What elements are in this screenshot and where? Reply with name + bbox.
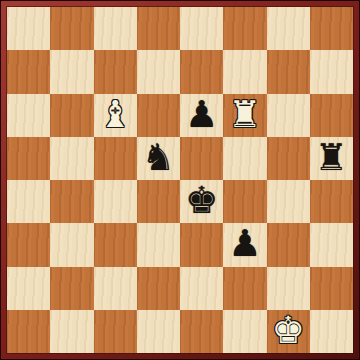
- square-d5[interactable]: ♞: [137, 137, 180, 180]
- piece-white-king[interactable]: ♚: [272, 312, 305, 349]
- square-c1[interactable]: [94, 310, 137, 353]
- square-h1[interactable]: [310, 310, 353, 353]
- square-f5[interactable]: [223, 137, 266, 180]
- square-e1[interactable]: [180, 310, 223, 353]
- square-g6[interactable]: [267, 94, 310, 137]
- square-a6[interactable]: [7, 94, 50, 137]
- square-c6[interactable]: ♝: [94, 94, 137, 137]
- square-f2[interactable]: [223, 267, 266, 310]
- square-a8[interactable]: [7, 7, 50, 50]
- square-d7[interactable]: [137, 50, 180, 93]
- square-a2[interactable]: [7, 267, 50, 310]
- square-f8[interactable]: [223, 7, 266, 50]
- square-f4[interactable]: [223, 180, 266, 223]
- square-g7[interactable]: [267, 50, 310, 93]
- square-h8[interactable]: [310, 7, 353, 50]
- square-d3[interactable]: [137, 223, 180, 266]
- square-d4[interactable]: [137, 180, 180, 223]
- square-b7[interactable]: [50, 50, 93, 93]
- square-b3[interactable]: [50, 223, 93, 266]
- square-e3[interactable]: [180, 223, 223, 266]
- square-e5[interactable]: [180, 137, 223, 180]
- square-h7[interactable]: [310, 50, 353, 93]
- piece-white-bishop[interactable]: ♝: [99, 96, 132, 133]
- square-b2[interactable]: [50, 267, 93, 310]
- square-b8[interactable]: [50, 7, 93, 50]
- square-d8[interactable]: [137, 7, 180, 50]
- square-h2[interactable]: [310, 267, 353, 310]
- square-e7[interactable]: [180, 50, 223, 93]
- square-c5[interactable]: [94, 137, 137, 180]
- square-g2[interactable]: [267, 267, 310, 310]
- square-c7[interactable]: [94, 50, 137, 93]
- piece-black-pawn[interactable]: ♟: [185, 96, 218, 133]
- square-c8[interactable]: [94, 7, 137, 50]
- square-h3[interactable]: [310, 223, 353, 266]
- square-a1[interactable]: [7, 310, 50, 353]
- square-c2[interactable]: [94, 267, 137, 310]
- square-d1[interactable]: [137, 310, 180, 353]
- piece-black-pawn[interactable]: ♟: [228, 225, 261, 262]
- square-h4[interactable]: [310, 180, 353, 223]
- piece-black-knight[interactable]: ♞: [142, 139, 175, 176]
- square-g5[interactable]: [267, 137, 310, 180]
- square-b5[interactable]: [50, 137, 93, 180]
- square-e2[interactable]: [180, 267, 223, 310]
- square-g1[interactable]: ♚: [267, 310, 310, 353]
- square-d6[interactable]: [137, 94, 180, 137]
- square-h6[interactable]: [310, 94, 353, 137]
- square-a3[interactable]: [7, 223, 50, 266]
- square-e8[interactable]: [180, 7, 223, 50]
- board-frame: ♝♟♜♞♜♚♟♚: [0, 0, 360, 360]
- square-g3[interactable]: [267, 223, 310, 266]
- square-b4[interactable]: [50, 180, 93, 223]
- square-g4[interactable]: [267, 180, 310, 223]
- square-h5[interactable]: ♜: [310, 137, 353, 180]
- square-e6[interactable]: ♟: [180, 94, 223, 137]
- square-f1[interactable]: [223, 310, 266, 353]
- square-a5[interactable]: [7, 137, 50, 180]
- square-f6[interactable]: ♜: [223, 94, 266, 137]
- square-c4[interactable]: [94, 180, 137, 223]
- square-g8[interactable]: [267, 7, 310, 50]
- square-b6[interactable]: [50, 94, 93, 137]
- square-a4[interactable]: [7, 180, 50, 223]
- square-e4[interactable]: ♚: [180, 180, 223, 223]
- square-a7[interactable]: [7, 50, 50, 93]
- piece-white-rook[interactable]: ♜: [228, 96, 261, 133]
- square-d2[interactable]: [137, 267, 180, 310]
- square-b1[interactable]: [50, 310, 93, 353]
- piece-black-king[interactable]: ♚: [185, 182, 218, 219]
- square-f3[interactable]: ♟: [223, 223, 266, 266]
- chess-board: ♝♟♜♞♜♚♟♚: [6, 6, 354, 354]
- piece-black-rook[interactable]: ♜: [315, 139, 348, 176]
- square-c3[interactable]: [94, 223, 137, 266]
- square-f7[interactable]: [223, 50, 266, 93]
